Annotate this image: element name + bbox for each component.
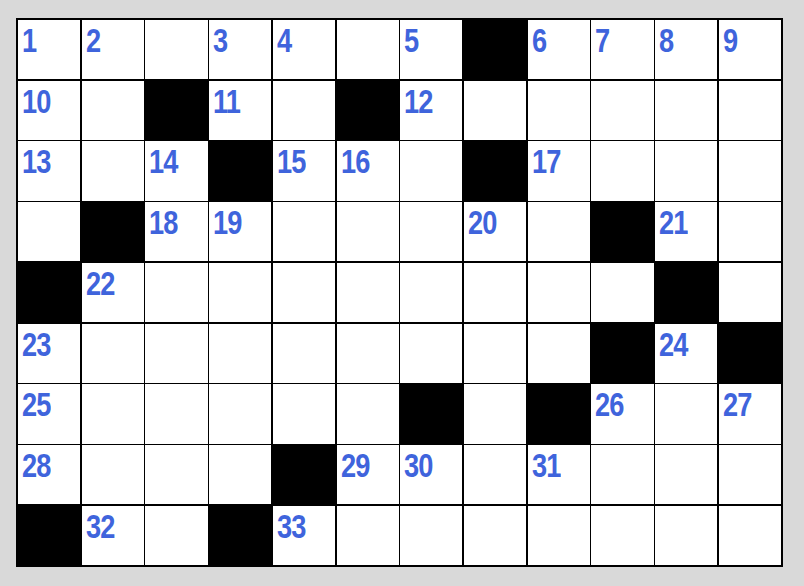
clue-number-5: 5	[404, 23, 418, 57]
cell-r1c4[interactable]: 3	[209, 20, 271, 79]
cell-r3c9[interactable]: 17	[528, 141, 590, 200]
cell-r4c7[interactable]	[400, 202, 462, 261]
black-cell-r3c4	[209, 141, 271, 200]
cell-r2c9[interactable]	[528, 81, 590, 140]
clue-number-9: 9	[723, 23, 737, 57]
cell-r7c11[interactable]	[655, 384, 717, 443]
cell-r4c8[interactable]: 20	[464, 202, 526, 261]
clue-number-23: 23	[22, 327, 51, 361]
cell-r2c7[interactable]: 12	[400, 81, 462, 140]
clue-number-11: 11	[213, 84, 240, 118]
cell-r9c11[interactable]	[655, 506, 717, 565]
clue-number-15: 15	[277, 144, 306, 178]
cell-r8c2[interactable]	[82, 445, 144, 504]
cell-r5c2[interactable]: 22	[82, 263, 144, 322]
cell-r2c1[interactable]: 10	[18, 81, 80, 140]
clue-number-21: 21	[659, 205, 688, 239]
crossword-grid: 1234567891011121314151617181920212223242…	[16, 18, 783, 567]
clue-number-13: 13	[22, 144, 51, 178]
cell-r2c12[interactable]	[719, 81, 781, 140]
cell-r8c4[interactable]	[209, 445, 271, 504]
cell-r9c3[interactable]	[145, 506, 207, 565]
cell-r6c9[interactable]	[528, 324, 590, 383]
black-cell-r2c3	[145, 81, 207, 140]
cell-r5c3[interactable]	[145, 263, 207, 322]
cell-r4c4[interactable]: 19	[209, 202, 271, 261]
cell-r5c5[interactable]	[273, 263, 335, 322]
cell-r2c4[interactable]: 11	[209, 81, 271, 140]
clue-number-12: 12	[404, 84, 433, 118]
clue-number-20: 20	[468, 205, 497, 239]
cell-r4c5[interactable]	[273, 202, 335, 261]
cell-r5c10[interactable]	[591, 263, 653, 322]
black-cell-r1c8	[464, 20, 526, 79]
black-cell-r7c9	[528, 384, 590, 443]
cell-r4c12[interactable]	[719, 202, 781, 261]
clue-number-14: 14	[149, 144, 178, 178]
clue-number-18: 18	[149, 205, 178, 239]
black-cell-r4c2	[82, 202, 144, 261]
cell-r9c9[interactable]	[528, 506, 590, 565]
cell-r2c11[interactable]	[655, 81, 717, 140]
cell-r6c6[interactable]	[337, 324, 399, 383]
black-cell-r9c4	[209, 506, 271, 565]
cell-r6c2[interactable]	[82, 324, 144, 383]
cell-r7c5[interactable]	[273, 384, 335, 443]
clue-number-6: 6	[532, 23, 546, 57]
cell-r3c5[interactable]: 15	[273, 141, 335, 200]
clue-number-31: 31	[532, 448, 561, 482]
cell-r3c11[interactable]	[655, 141, 717, 200]
cell-r1c5[interactable]: 4	[273, 20, 335, 79]
cell-r7c4[interactable]	[209, 384, 271, 443]
clue-number-19: 19	[213, 205, 242, 239]
cell-r8c12[interactable]	[719, 445, 781, 504]
cell-r7c3[interactable]	[145, 384, 207, 443]
cell-r7c2[interactable]	[82, 384, 144, 443]
black-cell-r6c10	[591, 324, 653, 383]
cell-r3c2[interactable]	[82, 141, 144, 200]
cell-r5c9[interactable]	[528, 263, 590, 322]
cell-r6c4[interactable]	[209, 324, 271, 383]
black-cell-r5c1	[18, 263, 80, 322]
cell-r7c6[interactable]	[337, 384, 399, 443]
clue-number-8: 8	[659, 23, 673, 57]
cell-r6c1[interactable]: 23	[18, 324, 80, 383]
black-cell-r6c12	[719, 324, 781, 383]
cell-r4c3[interactable]: 18	[145, 202, 207, 261]
clue-number-32: 32	[86, 509, 115, 543]
cell-r4c11[interactable]: 21	[655, 202, 717, 261]
cell-r9c5[interactable]: 33	[273, 506, 335, 565]
cell-r5c4[interactable]	[209, 263, 271, 322]
cell-r9c12[interactable]	[719, 506, 781, 565]
cell-r6c11[interactable]: 24	[655, 324, 717, 383]
cell-r7c8[interactable]	[464, 384, 526, 443]
cell-r1c3[interactable]	[145, 20, 207, 79]
cell-r3c10[interactable]	[591, 141, 653, 200]
cell-r9c8[interactable]	[464, 506, 526, 565]
cell-r1c11[interactable]: 8	[655, 20, 717, 79]
cell-r2c2[interactable]	[82, 81, 144, 140]
cell-r5c6[interactable]	[337, 263, 399, 322]
cell-r8c8[interactable]	[464, 445, 526, 504]
cell-r1c2[interactable]: 2	[82, 20, 144, 79]
black-cell-r8c5	[273, 445, 335, 504]
black-cell-r3c8	[464, 141, 526, 200]
cell-r2c10[interactable]	[591, 81, 653, 140]
cell-r9c6[interactable]	[337, 506, 399, 565]
cell-r8c10[interactable]	[591, 445, 653, 504]
black-cell-r5c11	[655, 263, 717, 322]
cell-r8c1[interactable]: 28	[18, 445, 80, 504]
cell-r1c12[interactable]: 9	[719, 20, 781, 79]
black-cell-r2c6	[337, 81, 399, 140]
clue-number-25: 25	[22, 387, 51, 421]
clue-number-28: 28	[22, 448, 51, 482]
cell-r9c2[interactable]: 32	[82, 506, 144, 565]
cell-r8c7[interactable]: 30	[400, 445, 462, 504]
cell-r7c12[interactable]: 27	[719, 384, 781, 443]
cell-r5c12[interactable]	[719, 263, 781, 322]
cell-r3c6[interactable]: 16	[337, 141, 399, 200]
cell-r8c9[interactable]: 31	[528, 445, 590, 504]
clue-number-7: 7	[595, 23, 609, 57]
cell-r4c9[interactable]	[528, 202, 590, 261]
cell-r8c11[interactable]	[655, 445, 717, 504]
clue-number-27: 27	[723, 387, 752, 421]
cell-r6c7[interactable]	[400, 324, 462, 383]
cell-r5c8[interactable]	[464, 263, 526, 322]
clue-number-30: 30	[404, 448, 433, 482]
clue-number-26: 26	[595, 387, 624, 421]
clue-number-22: 22	[86, 266, 115, 300]
clue-number-10: 10	[22, 84, 51, 118]
clue-number-4: 4	[277, 23, 291, 57]
cell-r6c3[interactable]	[145, 324, 207, 383]
black-cell-r4c10	[591, 202, 653, 261]
cell-r7c1[interactable]: 25	[18, 384, 80, 443]
clue-number-24: 24	[659, 327, 688, 361]
clue-number-29: 29	[341, 448, 370, 482]
cell-r4c1[interactable]	[18, 202, 80, 261]
cell-r1c10[interactable]: 7	[591, 20, 653, 79]
cell-r7c10[interactable]: 26	[591, 384, 653, 443]
cell-r4c6[interactable]	[337, 202, 399, 261]
cell-r1c9[interactable]: 6	[528, 20, 590, 79]
clue-number-2: 2	[86, 23, 100, 57]
cell-r3c3[interactable]: 14	[145, 141, 207, 200]
cell-r6c5[interactable]	[273, 324, 335, 383]
cell-r1c6[interactable]	[337, 20, 399, 79]
cell-r6c8[interactable]	[464, 324, 526, 383]
cell-r3c12[interactable]	[719, 141, 781, 200]
black-cell-r9c1	[18, 506, 80, 565]
clue-number-33: 33	[277, 509, 306, 543]
clue-number-17: 17	[532, 144, 561, 178]
cell-r3c1[interactable]: 13	[18, 141, 80, 200]
cell-r1c7[interactable]: 5	[400, 20, 462, 79]
cell-r9c7[interactable]	[400, 506, 462, 565]
cell-r2c5[interactable]	[273, 81, 335, 140]
clue-number-3: 3	[213, 23, 227, 57]
cell-r9c10[interactable]	[591, 506, 653, 565]
cell-r2c8[interactable]	[464, 81, 526, 140]
cell-r1c1[interactable]: 1	[18, 20, 80, 79]
clue-number-16: 16	[341, 144, 370, 178]
cell-r5c7[interactable]	[400, 263, 462, 322]
black-cell-r7c7	[400, 384, 462, 443]
cell-r8c3[interactable]	[145, 445, 207, 504]
cell-r8c6[interactable]: 29	[337, 445, 399, 504]
cell-r3c7[interactable]	[400, 141, 462, 200]
clue-number-1: 1	[22, 23, 36, 57]
